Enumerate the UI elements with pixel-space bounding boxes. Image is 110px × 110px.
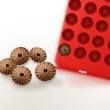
product-photo-stage — [0, 0, 110, 110]
cookie-cluster — [0, 0, 110, 110]
mini-bundt-cookie — [34, 60, 57, 81]
